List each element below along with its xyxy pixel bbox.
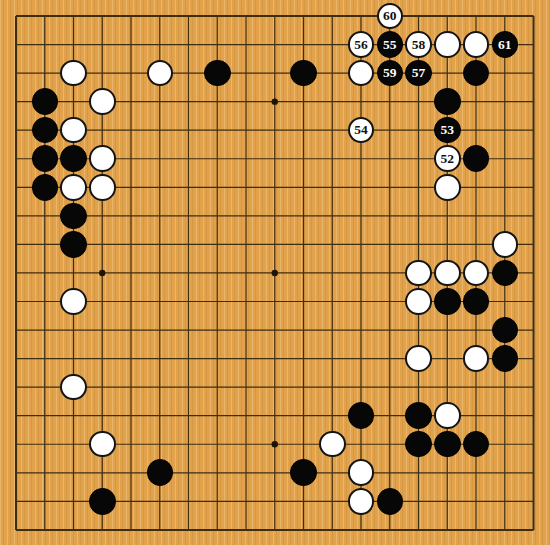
board-intersection <box>88 487 117 516</box>
black-stone-move-59: 59 <box>377 60 404 87</box>
black-stone-move-61: 61 <box>492 31 519 58</box>
black-stone-move-55: 55 <box>377 31 404 58</box>
white-stone <box>89 145 116 172</box>
board-intersection <box>59 173 88 202</box>
move-number-label: 56 <box>354 38 368 52</box>
white-stone <box>492 231 519 258</box>
board-intersection: 55 <box>375 30 404 59</box>
board-intersection <box>30 87 59 116</box>
white-stone <box>89 88 116 115</box>
white-stone-move-60: 60 <box>377 3 404 30</box>
board-intersection: 60 <box>375 2 404 31</box>
white-stone <box>463 345 490 372</box>
black-stone <box>492 345 519 372</box>
move-number-label: 59 <box>383 66 397 80</box>
board-intersection <box>59 144 88 173</box>
board-intersection <box>88 173 117 202</box>
board-intersection <box>462 259 491 288</box>
black-stone <box>60 231 87 258</box>
black-stone <box>60 203 87 230</box>
board-intersection <box>375 487 404 516</box>
black-stone <box>348 402 375 429</box>
white-stone <box>348 60 375 87</box>
move-number-label: 54 <box>354 123 368 137</box>
board-intersection <box>462 287 491 316</box>
board-intersection <box>30 144 59 173</box>
board-intersection <box>462 144 491 173</box>
black-stone <box>89 488 116 515</box>
board-intersection <box>145 458 174 487</box>
black-stone <box>32 117 59 144</box>
white-stone <box>147 60 174 87</box>
white-stone <box>89 431 116 458</box>
board-intersection <box>490 230 519 259</box>
board-intersection <box>404 287 433 316</box>
board-intersection: 56 <box>347 30 376 59</box>
board-intersection <box>404 344 433 373</box>
board-intersection <box>433 173 462 202</box>
board-intersection <box>433 430 462 459</box>
white-stone <box>60 174 87 201</box>
board-intersection <box>433 401 462 430</box>
board-intersection <box>59 373 88 402</box>
white-stone <box>405 260 432 287</box>
board-intersection <box>462 344 491 373</box>
black-stone <box>290 459 317 486</box>
white-stone <box>60 374 87 401</box>
board-intersection <box>203 59 232 88</box>
move-number-label: 53 <box>441 123 455 137</box>
board-intersection <box>490 344 519 373</box>
white-stone-move-54: 54 <box>348 117 375 144</box>
white-stone <box>60 117 87 144</box>
board-intersection <box>462 430 491 459</box>
board-intersection <box>462 59 491 88</box>
board-intersection <box>347 487 376 516</box>
white-stone <box>405 288 432 315</box>
board-intersection <box>88 430 117 459</box>
white-stone-move-56: 56 <box>348 31 375 58</box>
board-intersection <box>490 316 519 345</box>
black-stone-move-57: 57 <box>405 60 432 87</box>
go-board[interactable]: 60565558615957545352 <box>0 0 550 545</box>
board-intersection: 53 <box>433 116 462 145</box>
black-stone <box>492 260 519 287</box>
white-stone <box>434 174 461 201</box>
move-number-label: 61 <box>498 38 512 52</box>
board-intersection: 59 <box>375 59 404 88</box>
move-number-label: 57 <box>412 66 426 80</box>
board-intersection <box>433 259 462 288</box>
board-intersection <box>289 59 318 88</box>
board-intersection <box>59 202 88 231</box>
black-stone <box>290 60 317 87</box>
black-stone <box>32 174 59 201</box>
white-stone <box>434 402 461 429</box>
black-stone <box>377 488 404 515</box>
board-intersection <box>318 430 347 459</box>
black-stone <box>60 145 87 172</box>
white-stone <box>463 31 490 58</box>
black-stone <box>434 288 461 315</box>
white-stone <box>348 488 375 515</box>
board-intersection <box>88 144 117 173</box>
move-number-label: 52 <box>441 152 455 166</box>
black-stone <box>32 88 59 115</box>
board-intersection <box>30 173 59 202</box>
white-stone <box>319 431 346 458</box>
black-stone <box>434 431 461 458</box>
white-stone <box>434 31 461 58</box>
white-stone <box>89 174 116 201</box>
black-stone <box>463 288 490 315</box>
white-stone <box>60 60 87 87</box>
black-stone <box>463 145 490 172</box>
board-intersection: 61 <box>490 30 519 59</box>
board-intersection <box>59 230 88 259</box>
board-intersection <box>433 87 462 116</box>
board-intersection <box>30 116 59 145</box>
board-intersection <box>462 30 491 59</box>
black-stone <box>32 145 59 172</box>
board-intersection <box>404 401 433 430</box>
board-intersection: 54 <box>347 116 376 145</box>
board-intersection <box>404 430 433 459</box>
stones-grid: 60565558615957545352 <box>2 2 548 544</box>
black-stone <box>405 402 432 429</box>
board-intersection <box>145 59 174 88</box>
white-stone-move-58: 58 <box>405 31 432 58</box>
white-stone <box>405 345 432 372</box>
board-intersection <box>289 458 318 487</box>
board-intersection <box>347 458 376 487</box>
board-intersection <box>433 287 462 316</box>
move-number-label: 60 <box>383 9 397 23</box>
black-stone <box>492 317 519 344</box>
move-number-label: 55 <box>383 38 397 52</box>
white-stone <box>348 459 375 486</box>
black-stone <box>463 431 490 458</box>
board-intersection <box>347 59 376 88</box>
board-intersection <box>433 30 462 59</box>
board-intersection: 57 <box>404 59 433 88</box>
white-stone <box>463 260 490 287</box>
move-number-label: 58 <box>412 38 426 52</box>
black-stone <box>463 60 490 87</box>
board-intersection <box>490 259 519 288</box>
board-intersection: 58 <box>404 30 433 59</box>
black-stone <box>434 88 461 115</box>
black-stone-move-53: 53 <box>434 117 461 144</box>
white-stone <box>434 260 461 287</box>
board-intersection <box>59 59 88 88</box>
board-intersection: 52 <box>433 144 462 173</box>
board-intersection <box>347 401 376 430</box>
board-intersection <box>404 259 433 288</box>
white-stone <box>60 288 87 315</box>
black-stone <box>204 60 231 87</box>
board-intersection <box>59 287 88 316</box>
white-stone-move-52: 52 <box>434 145 461 172</box>
black-stone <box>147 459 174 486</box>
board-intersection <box>59 116 88 145</box>
board-intersection <box>88 87 117 116</box>
black-stone <box>405 431 432 458</box>
